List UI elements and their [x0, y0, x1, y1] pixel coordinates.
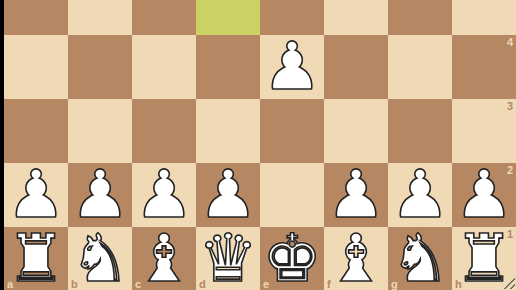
square-c1[interactable]: ♝c [132, 227, 196, 290]
square-d2[interactable]: ♟ [196, 163, 260, 227]
square-h3[interactable]: 3 [452, 99, 516, 163]
square-f5[interactable] [324, 0, 388, 35]
square-a4[interactable] [4, 35, 68, 99]
square-b4[interactable] [68, 35, 132, 99]
square-g5[interactable] [388, 0, 452, 35]
square-a1[interactable]: ♜a [4, 227, 68, 290]
white-bishop[interactable]: ♝ [326, 227, 385, 290]
white-queen[interactable]: ♛ [198, 227, 257, 290]
file-label-e: e [263, 279, 269, 290]
file-label-h: h [455, 279, 462, 290]
square-g1[interactable]: ♞g [388, 227, 452, 290]
white-rook[interactable]: ♜ [454, 227, 513, 290]
rank-label-1: 1 [507, 229, 513, 240]
white-rook[interactable]: ♜ [6, 227, 65, 290]
square-e2[interactable] [260, 163, 324, 227]
square-d5[interactable] [196, 0, 260, 35]
square-a3[interactable] [4, 99, 68, 163]
square-h4[interactable]: 4 [452, 35, 516, 99]
file-label-a: a [7, 279, 13, 290]
square-g2[interactable]: ♟ [388, 163, 452, 227]
white-pawn[interactable]: ♟ [454, 163, 513, 227]
square-h1[interactable]: ♜1h [452, 227, 516, 290]
square-c4[interactable] [132, 35, 196, 99]
white-pawn[interactable]: ♟ [326, 163, 385, 227]
square-d3[interactable] [196, 99, 260, 163]
square-a2[interactable]: ♟ [4, 163, 68, 227]
file-label-b: b [71, 279, 78, 290]
white-pawn[interactable]: ♟ [198, 163, 257, 227]
rank-label-3: 3 [507, 101, 513, 112]
square-d1[interactable]: ♛d [196, 227, 260, 290]
white-pawn[interactable]: ♟ [390, 163, 449, 227]
square-a5[interactable] [4, 0, 68, 35]
file-label-g: g [391, 279, 398, 290]
square-b3[interactable] [68, 99, 132, 163]
square-b2[interactable]: ♟ [68, 163, 132, 227]
white-knight[interactable]: ♞ [70, 227, 129, 290]
square-h2[interactable]: ♟2 [452, 163, 516, 227]
square-c2[interactable]: ♟ [132, 163, 196, 227]
file-label-d: d [199, 279, 206, 290]
square-e3[interactable] [260, 99, 324, 163]
white-pawn[interactable]: ♟ [262, 35, 321, 99]
square-b1[interactable]: ♞b [68, 227, 132, 290]
square-d4[interactable] [196, 35, 260, 99]
square-b5[interactable] [68, 0, 132, 35]
white-pawn[interactable]: ♟ [134, 163, 193, 227]
white-bishop[interactable]: ♝ [134, 227, 193, 290]
white-knight[interactable]: ♞ [390, 227, 449, 290]
white-pawn[interactable]: ♟ [6, 163, 65, 227]
rank-label-4: 4 [507, 37, 513, 48]
square-e4[interactable]: ♟ [260, 35, 324, 99]
square-g4[interactable] [388, 35, 452, 99]
file-label-f: f [327, 279, 331, 290]
square-f3[interactable] [324, 99, 388, 163]
square-e1[interactable]: ♚e [260, 227, 324, 290]
square-c5[interactable] [132, 0, 196, 35]
chess-board: ♟43♟♟♟♟♟♟♟2♜a♞b♝c♛d♚e♝f♞g♜1h [4, 0, 516, 290]
rank-label-2: 2 [507, 165, 513, 176]
white-pawn[interactable]: ♟ [70, 163, 129, 227]
white-king[interactable]: ♚ [262, 227, 321, 290]
square-c3[interactable] [132, 99, 196, 163]
square-f1[interactable]: ♝f [324, 227, 388, 290]
square-h5[interactable] [452, 0, 516, 35]
file-label-c: c [135, 279, 141, 290]
square-f2[interactable]: ♟ [324, 163, 388, 227]
square-g3[interactable] [388, 99, 452, 163]
square-f4[interactable] [324, 35, 388, 99]
